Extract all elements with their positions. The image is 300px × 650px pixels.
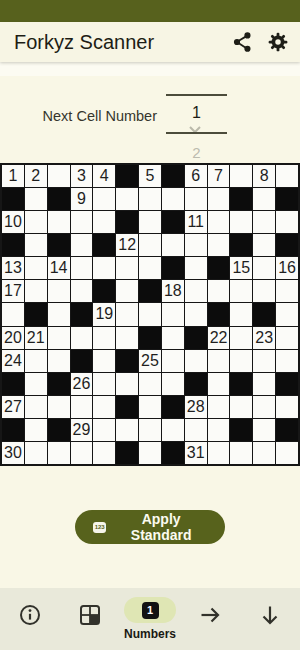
page-title: Forkyz Scanner — [14, 31, 224, 54]
grid-cell[interactable]: 22 — [208, 327, 230, 349]
grid-cell[interactable] — [71, 442, 93, 464]
grid-cell[interactable] — [276, 165, 298, 187]
grid-cell[interactable] — [93, 396, 115, 418]
grid-cell[interactable]: 12 — [116, 234, 138, 256]
grid-cell-black[interactable] — [93, 280, 115, 302]
grid-cell[interactable] — [162, 234, 184, 256]
grid-cell-black[interactable] — [162, 396, 184, 418]
apply-standard-button[interactable]: 123 Apply Standard — [75, 510, 225, 544]
grid-cell[interactable] — [48, 442, 70, 464]
grid-cell[interactable] — [208, 280, 230, 302]
grid-cell-black[interactable] — [276, 373, 298, 395]
grid-cell[interactable] — [116, 373, 138, 395]
scroll-strip — [0, 62, 300, 76]
grid-cell[interactable] — [25, 396, 47, 418]
apply-standard-label: Apply Standard — [115, 511, 207, 543]
grid-cell[interactable] — [185, 257, 207, 279]
grid-cell[interactable] — [276, 350, 298, 372]
grid-cell[interactable] — [139, 303, 161, 325]
grid-cell[interactable] — [162, 350, 184, 372]
grid-cell[interactable] — [25, 373, 47, 395]
grid-cell[interactable] — [276, 303, 298, 325]
forkyz-scanner-screen: Forkyz Scanner — [0, 0, 300, 650]
grid-cell-black[interactable] — [2, 419, 24, 441]
grid-cell[interactable]: 28 — [185, 396, 207, 418]
grid-cell[interactable]: 1 — [2, 165, 24, 187]
grid-cell[interactable]: 14 — [48, 257, 70, 279]
grid-cell[interactable] — [25, 350, 47, 372]
grid-cell[interactable] — [25, 234, 47, 256]
grid-cell[interactable] — [185, 303, 207, 325]
grid-cell[interactable] — [139, 419, 161, 441]
grid-cell[interactable]: 18 — [162, 280, 184, 302]
grid-cell[interactable]: 20 — [2, 327, 24, 349]
bottom-nav-bar: 1 Numbers — [0, 588, 300, 650]
grid-cell-black[interactable] — [48, 188, 70, 210]
settings-button[interactable] — [260, 24, 296, 60]
grid-cell-black[interactable] — [116, 350, 138, 372]
grid-cell-black[interactable] — [139, 327, 161, 349]
grid-cell-black[interactable] — [208, 257, 230, 279]
grid-cell[interactable] — [116, 303, 138, 325]
grid-cell[interactable] — [139, 211, 161, 233]
grid-cell[interactable]: 29 — [71, 419, 93, 441]
grid-cell[interactable]: 23 — [253, 327, 275, 349]
numbered-cell-icon: 1 — [142, 602, 159, 619]
grid-cell-black[interactable] — [71, 303, 93, 325]
grid-cell[interactable] — [93, 373, 115, 395]
grid-cell[interactable]: 2 — [25, 165, 47, 187]
grid-cell[interactable] — [253, 234, 275, 256]
grid-cell-black[interactable] — [2, 188, 24, 210]
grid-cell[interactable] — [93, 419, 115, 441]
grid-cell[interactable] — [253, 350, 275, 372]
grid-cell-black[interactable] — [71, 350, 93, 372]
arrow-right-icon — [198, 603, 222, 627]
grid-cell[interactable]: 7 — [208, 165, 230, 187]
grid-cell[interactable] — [116, 327, 138, 349]
grid-cell[interactable] — [48, 350, 70, 372]
grid-cell[interactable] — [48, 303, 70, 325]
grid-cell[interactable]: 25 — [139, 350, 161, 372]
grid-cell-black[interactable] — [162, 165, 184, 187]
grid-cell[interactable] — [139, 234, 161, 256]
grid-cell[interactable] — [276, 327, 298, 349]
grid-cell[interactable] — [71, 396, 93, 418]
selected-pill: 1 — [124, 597, 176, 623]
grid-cell[interactable] — [25, 257, 47, 279]
crossword-grid: 1234567891011121314151617181920212223242… — [0, 163, 300, 466]
grid-cell-black[interactable] — [2, 234, 24, 256]
grid-cell-black[interactable] — [185, 373, 207, 395]
picker-value[interactable]: 1 — [166, 104, 227, 122]
grid-cell-black[interactable] — [276, 234, 298, 256]
grid-cell[interactable] — [162, 327, 184, 349]
numbers-123-icon: 123 — [93, 522, 106, 533]
grid-cell[interactable]: 24 — [2, 350, 24, 372]
grid-cell[interactable]: 19 — [93, 303, 115, 325]
grid-cell[interactable] — [253, 419, 275, 441]
grid-cell[interactable]: 13 — [2, 257, 24, 279]
grid-cell[interactable] — [139, 373, 161, 395]
grid-cell[interactable] — [162, 188, 184, 210]
next-cell-number-picker: Next Cell Number 1 2 — [0, 86, 300, 160]
grid-cell[interactable] — [139, 188, 161, 210]
grid-cell[interactable] — [71, 234, 93, 256]
grid-cell[interactable] — [116, 188, 138, 210]
grid-cell[interactable] — [185, 280, 207, 302]
grid-cell[interactable] — [276, 442, 298, 464]
grid-cell[interactable] — [208, 419, 230, 441]
grid-cell-black[interactable] — [253, 303, 275, 325]
grid-cell[interactable] — [208, 396, 230, 418]
info-icon — [18, 603, 42, 627]
grid-cell[interactable] — [230, 211, 252, 233]
grid-cell[interactable]: 27 — [2, 396, 24, 418]
grid-cell[interactable] — [25, 442, 47, 464]
grid-cell[interactable]: 30 — [2, 442, 24, 464]
picker-divider-bottom — [166, 132, 227, 134]
grid-cell[interactable] — [253, 280, 275, 302]
grid-cell-black[interactable] — [25, 303, 47, 325]
grid-cell[interactable] — [116, 280, 138, 302]
grid-cell[interactable]: 4 — [93, 165, 115, 187]
grid-cell[interactable] — [48, 396, 70, 418]
grid-cell-black[interactable] — [116, 442, 138, 464]
grid-cell-black[interactable] — [230, 234, 252, 256]
grid-cell-black[interactable] — [116, 211, 138, 233]
grid-cell-black[interactable] — [48, 419, 70, 441]
grid-cell[interactable] — [93, 327, 115, 349]
share-button[interactable] — [224, 24, 260, 60]
grid-cell[interactable] — [162, 303, 184, 325]
grid-cell[interactable]: 31 — [185, 442, 207, 464]
status-bar — [0, 0, 300, 22]
grid-cell[interactable]: 3 — [71, 165, 93, 187]
grid-cell[interactable] — [71, 257, 93, 279]
share-icon — [232, 31, 252, 53]
gear-icon — [267, 31, 289, 53]
grid-cell[interactable] — [116, 257, 138, 279]
grid-cell-black[interactable] — [48, 373, 70, 395]
grid-cell[interactable] — [48, 280, 70, 302]
grid-cell[interactable] — [139, 257, 161, 279]
picker-next-value[interactable]: 2 — [166, 144, 227, 161]
grid-cell[interactable]: 8 — [253, 165, 275, 187]
nav-item-next[interactable] — [180, 588, 240, 650]
grid-cell[interactable] — [276, 211, 298, 233]
grid-cell[interactable] — [230, 396, 252, 418]
grid-cell[interactable] — [230, 280, 252, 302]
grid-cell[interactable] — [71, 327, 93, 349]
app-bar: Forkyz Scanner — [0, 22, 300, 62]
grid-cell[interactable] — [208, 442, 230, 464]
grid-cell[interactable] — [48, 211, 70, 233]
grid-cell-black[interactable] — [185, 327, 207, 349]
grid-cell[interactable] — [253, 396, 275, 418]
grid-cell[interactable] — [253, 257, 275, 279]
grid-cell[interactable] — [230, 442, 252, 464]
grid-cell[interactable] — [93, 211, 115, 233]
grid-cell[interactable] — [208, 188, 230, 210]
grid-cell[interactable] — [185, 350, 207, 372]
grid-cell-black[interactable] — [48, 234, 70, 256]
grid-cell[interactable] — [139, 396, 161, 418]
grid-cell[interactable]: 9 — [71, 188, 93, 210]
grid-cell-black[interactable] — [116, 396, 138, 418]
grid-cell-black[interactable] — [230, 373, 252, 395]
grid-cell[interactable] — [185, 419, 207, 441]
grid-cell-black[interactable] — [2, 373, 24, 395]
grid-cell[interactable] — [93, 350, 115, 372]
grid-cell[interactable] — [208, 211, 230, 233]
nav-item-down[interactable] — [240, 588, 300, 650]
grid-icon — [78, 603, 102, 627]
picker-label: Next Cell Number — [0, 108, 157, 124]
grid-cell[interactable] — [253, 188, 275, 210]
grid-cell-black[interactable] — [276, 188, 298, 210]
grid-cell[interactable]: 16 — [276, 257, 298, 279]
arrow-down-icon — [258, 603, 282, 627]
grid-cell[interactable] — [116, 419, 138, 441]
grid-cell[interactable]: 15 — [230, 257, 252, 279]
grid-cell[interactable] — [208, 373, 230, 395]
grid-cell[interactable] — [276, 396, 298, 418]
grid-cell[interactable] — [230, 350, 252, 372]
grid-cell[interactable] — [208, 350, 230, 372]
grid-cell[interactable]: 26 — [71, 373, 93, 395]
nav-item-numbers[interactable]: 1 Numbers — [120, 588, 180, 650]
grid-cell[interactable]: 11 — [185, 211, 207, 233]
grid-cell[interactable] — [230, 165, 252, 187]
grid-cell-black[interactable] — [230, 188, 252, 210]
picker-divider-top — [166, 94, 227, 96]
grid-cell[interactable]: 17 — [2, 280, 24, 302]
grid-cell-black[interactable] — [139, 280, 161, 302]
grid-cell-black[interactable] — [230, 419, 252, 441]
grid-cell[interactable] — [71, 280, 93, 302]
grid-cell[interactable] — [2, 303, 24, 325]
grid-cell[interactable] — [93, 188, 115, 210]
grid-cell-black[interactable] — [162, 257, 184, 279]
grid-cell[interactable] — [230, 303, 252, 325]
grid-cell[interactable] — [276, 280, 298, 302]
grid-cell[interactable] — [139, 442, 161, 464]
grid-cell-black[interactable] — [116, 165, 138, 187]
grid-cell[interactable] — [25, 280, 47, 302]
grid-cell[interactable] — [253, 211, 275, 233]
grid-cell[interactable] — [25, 419, 47, 441]
grid-cell[interactable] — [48, 327, 70, 349]
grid-cell[interactable] — [48, 165, 70, 187]
grid-cell-black[interactable] — [208, 303, 230, 325]
grid-cell-black[interactable] — [162, 442, 184, 464]
grid-cell[interactable] — [162, 419, 184, 441]
grid-cell[interactable] — [93, 257, 115, 279]
grid-cell[interactable] — [71, 211, 93, 233]
grid-cell-black[interactable] — [93, 234, 115, 256]
grid-cell[interactable]: 6 — [185, 165, 207, 187]
grid-cell[interactable] — [253, 373, 275, 395]
grid-cell[interactable] — [208, 234, 230, 256]
grid-cell[interactable]: 21 — [25, 327, 47, 349]
nav-item-info[interactable] — [0, 588, 60, 650]
grid-cell[interactable] — [185, 234, 207, 256]
grid-cell-black[interactable] — [162, 211, 184, 233]
grid-cell-black[interactable] — [276, 419, 298, 441]
grid-cell[interactable] — [93, 442, 115, 464]
grid-cell[interactable] — [185, 188, 207, 210]
grid-cell[interactable]: 10 — [2, 211, 24, 233]
grid-cell[interactable] — [25, 188, 47, 210]
grid-cell[interactable] — [25, 211, 47, 233]
nav-item-grid[interactable] — [60, 588, 120, 650]
grid-cell[interactable]: 5 — [139, 165, 161, 187]
grid-cell[interactable] — [162, 373, 184, 395]
grid-cell[interactable] — [230, 327, 252, 349]
nav-item-numbers-label: Numbers — [124, 627, 176, 641]
grid-cell[interactable] — [253, 442, 275, 464]
